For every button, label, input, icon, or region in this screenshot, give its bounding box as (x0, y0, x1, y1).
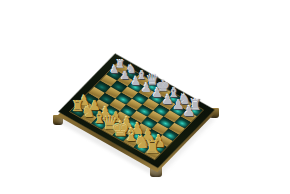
board-surface (58, 53, 215, 168)
chess-board (58, 53, 215, 168)
chess-set-product-photo: ♜♞♝♛♚♝♞♜♟♟♟♟♟♟♟♟♟♟♟♟♟♟♟♟♜♞♝♛♚♝♞♜ (0, 0, 290, 194)
